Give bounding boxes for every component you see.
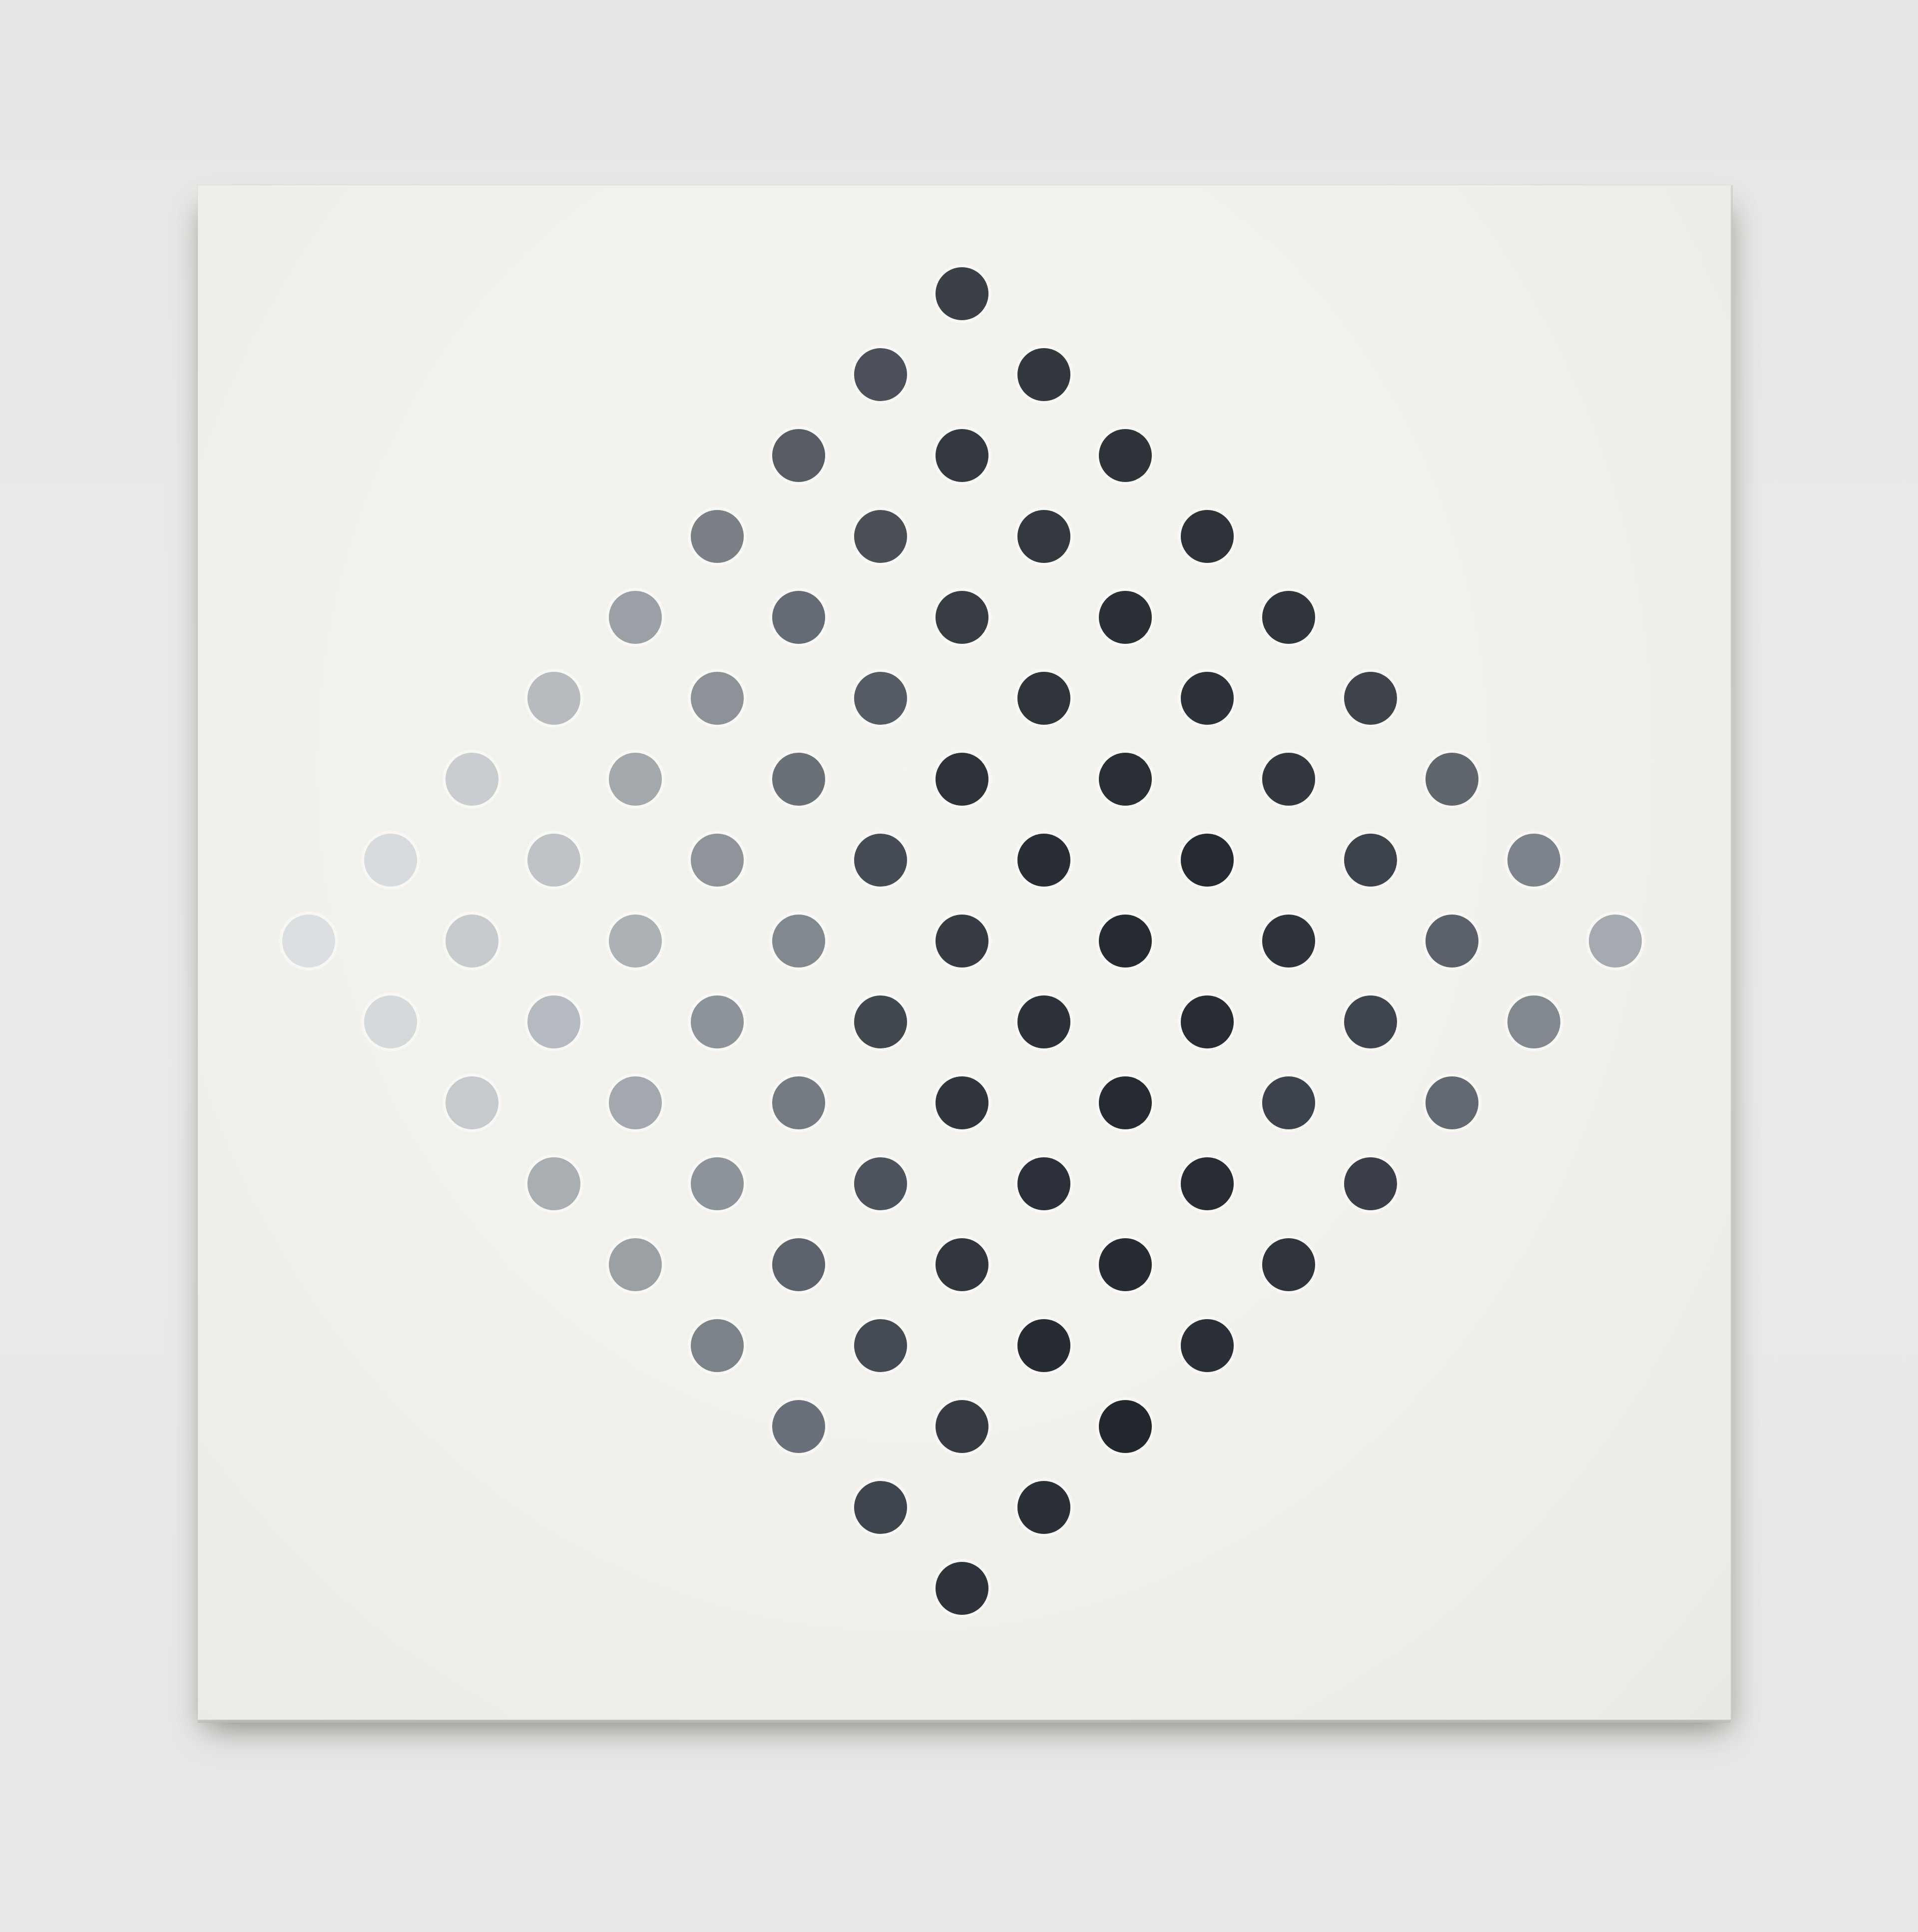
dot-r12-c10 [1099,1238,1152,1291]
dot-r13-c5 [691,1319,744,1372]
dot-r6-c4 [609,753,662,806]
dot-r1-c7 [854,348,907,401]
dot-r7-c11 [1181,834,1234,887]
dot-r10-c10 [1099,1076,1152,1129]
dot-r0-c8 [936,267,988,320]
dot-r10-c4 [609,1076,662,1129]
dot-r6-c2 [446,753,498,806]
dot-r11-c11 [1181,1157,1234,1210]
dot-r3-c9 [1017,510,1070,563]
dot-r5-c3 [527,672,580,725]
dot-r7-c7 [854,834,907,887]
dot-r3-c11 [1181,510,1234,563]
dot-r9-c11 [1181,995,1234,1048]
dot-r12-c4 [609,1238,662,1291]
dot-r8-c12 [1262,915,1315,967]
dot-r6-c8 [936,753,988,806]
dot-r14-c8 [936,1400,988,1453]
dot-r8-c16 [1589,915,1642,967]
dot-r9-c5 [691,995,744,1048]
dot-r5-c7 [854,672,907,725]
canvas-right-edge [1731,185,1733,1720]
dot-r9-c13 [1344,995,1397,1048]
dot-r1-c9 [1017,348,1070,401]
dot-r13-c11 [1181,1319,1234,1372]
gallery-wall [0,0,1918,1932]
dot-r2-c6 [772,429,825,482]
dot-r5-c5 [691,672,744,725]
dot-r15-c9 [1017,1481,1070,1534]
dot-r8-c10 [1099,915,1152,967]
dot-r8-c4 [609,915,662,967]
dot-r7-c1 [364,834,417,887]
dot-r9-c15 [1507,995,1560,1048]
dot-r7-c13 [1344,834,1397,887]
dot-r9-c3 [527,995,580,1048]
dot-r6-c10 [1099,753,1152,806]
dot-r4-c8 [936,591,988,644]
dot-r12-c8 [936,1238,988,1291]
dot-r12-c6 [772,1238,825,1291]
dot-r14-c6 [772,1400,825,1453]
dot-r8-c14 [1426,915,1478,967]
dot-r10-c8 [936,1076,988,1129]
dot-r5-c13 [1344,672,1397,725]
dot-r9-c9 [1017,995,1070,1048]
dot-r8-c8 [936,915,988,967]
dot-r4-c10 [1099,591,1152,644]
dot-r3-c7 [854,510,907,563]
dot-field [198,185,1731,1720]
dot-r11-c5 [691,1157,744,1210]
dot-r7-c5 [691,834,744,887]
dot-r13-c7 [854,1319,907,1372]
dot-r7-c3 [527,834,580,887]
dot-r8-c2 [446,915,498,967]
dot-r4-c12 [1262,591,1315,644]
painting-canvas [198,185,1731,1720]
dot-r12-c12 [1262,1238,1315,1291]
dot-r6-c6 [772,753,825,806]
dot-r11-c7 [854,1157,907,1210]
dot-r14-c10 [1099,1400,1152,1453]
canvas-bottom-edge [198,1720,1731,1723]
dot-r2-c10 [1099,429,1152,482]
dot-r5-c11 [1181,672,1234,725]
dot-r10-c2 [446,1076,498,1129]
dot-r9-c1 [364,995,417,1048]
dot-r10-c14 [1426,1076,1478,1129]
dot-r2-c8 [936,429,988,482]
dot-r10-c6 [772,1076,825,1129]
dot-r4-c4 [609,591,662,644]
dot-r11-c3 [527,1157,580,1210]
dot-r6-c12 [1262,753,1315,806]
dot-r10-c12 [1262,1076,1315,1129]
dot-r16-c8 [936,1562,988,1615]
dot-r8-c6 [772,915,825,967]
dot-r7-c9 [1017,834,1070,887]
dot-r15-c7 [854,1481,907,1534]
dot-r13-c9 [1017,1319,1070,1372]
dot-r11-c9 [1017,1157,1070,1210]
dot-r8-c0 [282,915,335,967]
dot-r5-c9 [1017,672,1070,725]
dot-r3-c5 [691,510,744,563]
dot-r4-c6 [772,591,825,644]
dot-r7-c15 [1507,834,1560,887]
dot-r11-c13 [1344,1157,1397,1210]
dot-r9-c7 [854,995,907,1048]
dot-r6-c14 [1426,753,1478,806]
